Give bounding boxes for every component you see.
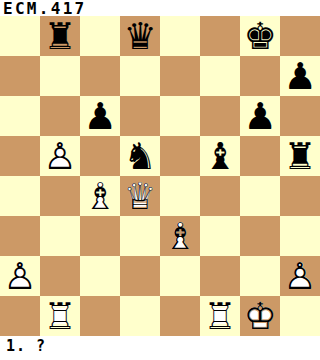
square-g5[interactable] [240,136,280,176]
square-b2[interactable] [40,256,80,296]
square-c4[interactable]: ♝♗ [80,176,120,216]
square-h3[interactable] [280,216,320,256]
white-bishop-outline-icon: ♗ [80,176,120,216]
square-f1[interactable]: ♜♖ [200,296,240,336]
white-king-outline-icon: ♔ [240,296,280,336]
black-pawn-icon: ♟ [240,96,280,136]
black-pawn-icon: ♟ [80,96,120,136]
white-pawn-outline-icon: ♙ [280,256,320,296]
square-h7[interactable]: ♟ [280,56,320,96]
black-rook-piece[interactable]: ♜ [40,16,80,56]
square-a8[interactable] [0,16,40,56]
square-d8[interactable]: ♛ [120,16,160,56]
square-c2[interactable] [80,256,120,296]
square-c7[interactable] [80,56,120,96]
square-d1[interactable] [120,296,160,336]
chess-board: ♜♛♚♟♟♟♟♙♞♝♜♝♗♛♕♝♗♟♙♟♙♜♖♜♖♚♔ [0,16,320,336]
square-h8[interactable] [280,16,320,56]
black-bishop-icon: ♝ [200,136,240,176]
square-f8[interactable] [200,16,240,56]
square-f3[interactable] [200,216,240,256]
black-queen-icon: ♛ [120,16,160,56]
square-g1[interactable]: ♚♔ [240,296,280,336]
square-e2[interactable] [160,256,200,296]
square-e6[interactable] [160,96,200,136]
black-rook-piece[interactable]: ♜ [280,136,320,176]
square-b8[interactable]: ♜ [40,16,80,56]
square-d4[interactable]: ♛♕ [120,176,160,216]
white-king-piece[interactable]: ♚♔ [240,296,280,336]
square-g7[interactable] [240,56,280,96]
white-pawn-piece[interactable]: ♟♙ [40,136,80,176]
square-f4[interactable] [200,176,240,216]
square-a3[interactable] [0,216,40,256]
square-f2[interactable] [200,256,240,296]
square-d2[interactable] [120,256,160,296]
square-c3[interactable] [80,216,120,256]
square-f5[interactable]: ♝ [200,136,240,176]
square-a2[interactable]: ♟♙ [0,256,40,296]
square-a6[interactable] [0,96,40,136]
square-d5[interactable]: ♞ [120,136,160,176]
square-a5[interactable] [0,136,40,176]
white-rook-piece[interactable]: ♜♖ [40,296,80,336]
white-bishop-piece[interactable]: ♝♗ [160,216,200,256]
square-e8[interactable] [160,16,200,56]
square-a1[interactable] [0,296,40,336]
square-d3[interactable] [120,216,160,256]
square-b4[interactable] [40,176,80,216]
square-g2[interactable] [240,256,280,296]
square-c8[interactable] [80,16,120,56]
square-e5[interactable] [160,136,200,176]
white-queen-piece[interactable]: ♛♕ [120,176,160,216]
square-f6[interactable] [200,96,240,136]
square-e1[interactable] [160,296,200,336]
square-a4[interactable] [0,176,40,216]
white-rook-piece[interactable]: ♜♖ [200,296,240,336]
black-pawn-piece[interactable]: ♟ [280,56,320,96]
square-g8[interactable]: ♚ [240,16,280,56]
white-pawn-outline-icon: ♙ [0,256,40,296]
square-b5[interactable]: ♟♙ [40,136,80,176]
square-g4[interactable] [240,176,280,216]
black-queen-piece[interactable]: ♛ [120,16,160,56]
black-bishop-piece[interactable]: ♝ [200,136,240,176]
square-h4[interactable] [280,176,320,216]
square-h5[interactable]: ♜ [280,136,320,176]
black-pawn-piece[interactable]: ♟ [240,96,280,136]
square-e4[interactable] [160,176,200,216]
square-f7[interactable] [200,56,240,96]
square-c6[interactable]: ♟ [80,96,120,136]
white-bishop-outline-icon: ♗ [160,216,200,256]
square-e3[interactable]: ♝♗ [160,216,200,256]
square-b6[interactable] [40,96,80,136]
white-queen-outline-icon: ♕ [120,176,160,216]
black-rook-icon: ♜ [280,136,320,176]
square-g3[interactable] [240,216,280,256]
black-king-piece[interactable]: ♚ [240,16,280,56]
white-pawn-outline-icon: ♙ [40,136,80,176]
square-b7[interactable] [40,56,80,96]
chess-diagram-page: ECM.417 ♜♛♚♟♟♟♟♙♞♝♜♝♗♛♕♝♗♟♙♟♙♜♖♜♖♚♔ 1. ? [0,0,320,360]
square-c1[interactable] [80,296,120,336]
square-g6[interactable]: ♟ [240,96,280,136]
square-c5[interactable] [80,136,120,176]
black-knight-icon: ♞ [120,136,160,176]
square-b3[interactable] [40,216,80,256]
black-rook-icon: ♜ [40,16,80,56]
square-h6[interactable] [280,96,320,136]
white-bishop-piece[interactable]: ♝♗ [80,176,120,216]
black-king-icon: ♚ [240,16,280,56]
black-pawn-icon: ♟ [280,56,320,96]
square-e7[interactable] [160,56,200,96]
square-h1[interactable] [280,296,320,336]
black-knight-piece[interactable]: ♞ [120,136,160,176]
square-a7[interactable] [0,56,40,96]
white-rook-outline-icon: ♖ [40,296,80,336]
white-rook-outline-icon: ♖ [200,296,240,336]
white-pawn-piece[interactable]: ♟♙ [0,256,40,296]
square-h2[interactable]: ♟♙ [280,256,320,296]
black-pawn-piece[interactable]: ♟ [80,96,120,136]
move-prompt: 1. ? [6,337,46,355]
square-b1[interactable]: ♜♖ [40,296,80,336]
white-pawn-piece[interactable]: ♟♙ [280,256,320,296]
square-d7[interactable] [120,56,160,96]
square-d6[interactable] [120,96,160,136]
